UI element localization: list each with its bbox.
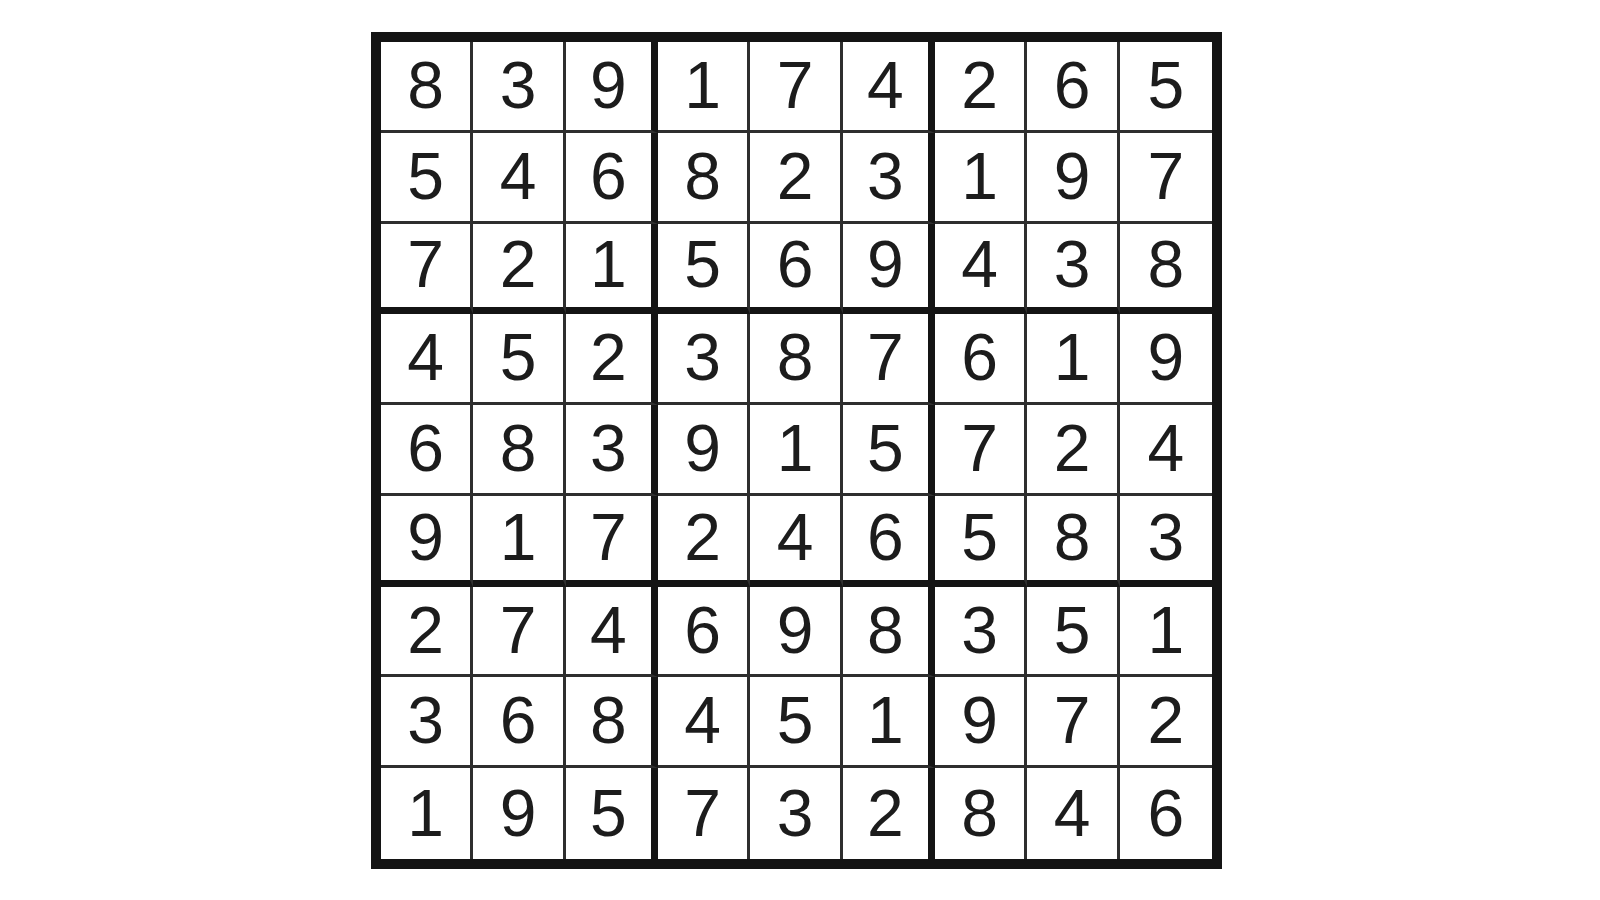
cell-r7c4[interactable]: 6 bbox=[658, 587, 750, 678]
cell-digit: 7 bbox=[407, 231, 444, 297]
cell-digit: 4 bbox=[867, 52, 904, 118]
cell-r3c1[interactable]: 7 bbox=[381, 224, 473, 315]
cell-digit: 6 bbox=[500, 687, 537, 753]
cell-r3c7[interactable]: 4 bbox=[935, 224, 1027, 315]
cell-r5c6[interactable]: 5 bbox=[843, 405, 935, 496]
cell-r2c5[interactable]: 2 bbox=[750, 133, 842, 224]
cell-r2c3[interactable]: 6 bbox=[566, 133, 658, 224]
cell-digit: 1 bbox=[1147, 597, 1184, 663]
cell-digit: 5 bbox=[500, 324, 537, 390]
cell-r6c6[interactable]: 6 bbox=[843, 496, 935, 587]
cell-digit: 9 bbox=[1054, 143, 1091, 209]
cell-r8c5[interactable]: 5 bbox=[750, 677, 842, 768]
cell-digit: 4 bbox=[777, 504, 814, 570]
cell-r5c4[interactable]: 9 bbox=[658, 405, 750, 496]
cell-digit: 1 bbox=[867, 687, 904, 753]
cell-digit: 2 bbox=[407, 597, 444, 663]
cell-digit: 1 bbox=[407, 780, 444, 846]
cell-r1c4[interactable]: 1 bbox=[658, 42, 750, 133]
cell-r6c1[interactable]: 9 bbox=[381, 496, 473, 587]
cell-digit: 4 bbox=[1147, 415, 1184, 481]
cell-digit: 6 bbox=[407, 415, 444, 481]
cell-digit: 8 bbox=[961, 780, 998, 846]
cell-r6c3[interactable]: 7 bbox=[566, 496, 658, 587]
cell-digit: 8 bbox=[1054, 504, 1091, 570]
cell-r2c7[interactable]: 1 bbox=[935, 133, 1027, 224]
cell-digit: 9 bbox=[407, 504, 444, 570]
cell-digit: 7 bbox=[1147, 143, 1184, 209]
cell-digit: 5 bbox=[407, 143, 444, 209]
cell-r4c3[interactable]: 2 bbox=[566, 314, 658, 405]
cell-r9c4[interactable]: 7 bbox=[658, 768, 750, 859]
cell-digit: 9 bbox=[590, 52, 627, 118]
cell-r1c3[interactable]: 9 bbox=[566, 42, 658, 133]
cell-digit: 8 bbox=[1147, 231, 1184, 297]
cell-digit: 4 bbox=[1054, 780, 1091, 846]
cell-r1c6[interactable]: 4 bbox=[843, 42, 935, 133]
cell-digit: 5 bbox=[1054, 597, 1091, 663]
cell-r4c2[interactable]: 5 bbox=[473, 314, 565, 405]
cell-r1c9[interactable]: 5 bbox=[1120, 42, 1212, 133]
cell-r7c3[interactable]: 4 bbox=[566, 587, 658, 678]
cell-r4c5[interactable]: 8 bbox=[750, 314, 842, 405]
cell-r9c9[interactable]: 6 bbox=[1120, 768, 1212, 859]
cell-digit: 5 bbox=[1147, 52, 1184, 118]
cell-digit: 5 bbox=[867, 415, 904, 481]
cell-r2c6[interactable]: 3 bbox=[843, 133, 935, 224]
cell-r3c3[interactable]: 1 bbox=[566, 224, 658, 315]
cell-r5c1[interactable]: 6 bbox=[381, 405, 473, 496]
cell-digit: 6 bbox=[590, 143, 627, 209]
cell-digit: 3 bbox=[867, 143, 904, 209]
cell-digit: 3 bbox=[590, 415, 627, 481]
cell-r8c6[interactable]: 1 bbox=[843, 677, 935, 768]
cell-digit: 2 bbox=[777, 143, 814, 209]
cell-digit: 9 bbox=[961, 687, 998, 753]
cell-r7c7[interactable]: 3 bbox=[935, 587, 1027, 678]
cell-r4c4[interactable]: 3 bbox=[658, 314, 750, 405]
cell-digit: 1 bbox=[590, 231, 627, 297]
cell-digit: 4 bbox=[407, 324, 444, 390]
cell-digit: 6 bbox=[684, 597, 721, 663]
cell-digit: 3 bbox=[684, 324, 721, 390]
cell-r6c8[interactable]: 8 bbox=[1027, 496, 1119, 587]
cell-r6c9[interactable]: 3 bbox=[1120, 496, 1212, 587]
cell-digit: 1 bbox=[684, 52, 721, 118]
cell-digit: 9 bbox=[500, 780, 537, 846]
cell-digit: 8 bbox=[777, 324, 814, 390]
cell-r9c5[interactable]: 3 bbox=[750, 768, 842, 859]
cell-r2c9[interactable]: 7 bbox=[1120, 133, 1212, 224]
cell-digit: 4 bbox=[961, 231, 998, 297]
cell-digit: 2 bbox=[684, 504, 721, 570]
cell-digit: 5 bbox=[590, 780, 627, 846]
cell-r7c6[interactable]: 8 bbox=[843, 587, 935, 678]
cell-r9c1[interactable]: 1 bbox=[381, 768, 473, 859]
cell-digit: 7 bbox=[590, 504, 627, 570]
cell-digit: 3 bbox=[961, 597, 998, 663]
cell-digit: 6 bbox=[1147, 780, 1184, 846]
cell-r1c1[interactable]: 8 bbox=[381, 42, 473, 133]
cell-r4c7[interactable]: 6 bbox=[935, 314, 1027, 405]
cell-r5c5[interactable]: 1 bbox=[750, 405, 842, 496]
cell-digit: 5 bbox=[961, 504, 998, 570]
page-background: 8391742655468231977215694384523876196839… bbox=[0, 0, 1600, 900]
cell-r9c7[interactable]: 8 bbox=[935, 768, 1027, 859]
cell-digit: 5 bbox=[684, 231, 721, 297]
cell-digit: 6 bbox=[777, 231, 814, 297]
cell-digit: 6 bbox=[961, 324, 998, 390]
cell-r8c9[interactable]: 2 bbox=[1120, 677, 1212, 768]
cell-digit: 7 bbox=[777, 52, 814, 118]
cell-r2c2[interactable]: 4 bbox=[473, 133, 565, 224]
cell-digit: 8 bbox=[867, 597, 904, 663]
cell-digit: 1 bbox=[777, 415, 814, 481]
cell-r8c7[interactable]: 9 bbox=[935, 677, 1027, 768]
cell-r9c2[interactable]: 9 bbox=[473, 768, 565, 859]
cell-digit: 8 bbox=[500, 415, 537, 481]
cell-r2c8[interactable]: 9 bbox=[1027, 133, 1119, 224]
cell-digit: 4 bbox=[500, 143, 537, 209]
cell-r3c4[interactable]: 5 bbox=[658, 224, 750, 315]
cell-digit: 5 bbox=[777, 687, 814, 753]
cell-r9c8[interactable]: 4 bbox=[1027, 768, 1119, 859]
cell-r5c7[interactable]: 7 bbox=[935, 405, 1027, 496]
cell-r2c1[interactable]: 5 bbox=[381, 133, 473, 224]
cell-r5c2[interactable]: 8 bbox=[473, 405, 565, 496]
cell-digit: 9 bbox=[867, 231, 904, 297]
cell-r8c1[interactable]: 3 bbox=[381, 677, 473, 768]
cell-r1c7[interactable]: 2 bbox=[935, 42, 1027, 133]
sudoku-board: 8391742655468231977215694384523876196839… bbox=[371, 32, 1222, 869]
cell-digit: 8 bbox=[590, 687, 627, 753]
cell-r3c9[interactable]: 8 bbox=[1120, 224, 1212, 315]
cell-digit: 9 bbox=[684, 415, 721, 481]
cell-r6c7[interactable]: 5 bbox=[935, 496, 1027, 587]
cell-r5c8[interactable]: 2 bbox=[1027, 405, 1119, 496]
cell-r8c8[interactable]: 7 bbox=[1027, 677, 1119, 768]
cell-r7c8[interactable]: 5 bbox=[1027, 587, 1119, 678]
cell-digit: 3 bbox=[407, 687, 444, 753]
cell-r3c5[interactable]: 6 bbox=[750, 224, 842, 315]
cell-r8c4[interactable]: 4 bbox=[658, 677, 750, 768]
cell-r6c2[interactable]: 1 bbox=[473, 496, 565, 587]
cell-r6c5[interactable]: 4 bbox=[750, 496, 842, 587]
cell-digit: 3 bbox=[500, 52, 537, 118]
cell-digit: 7 bbox=[684, 780, 721, 846]
cell-r9c3[interactable]: 5 bbox=[566, 768, 658, 859]
cell-digit: 2 bbox=[1054, 415, 1091, 481]
cell-r1c8[interactable]: 6 bbox=[1027, 42, 1119, 133]
cell-digit: 6 bbox=[867, 504, 904, 570]
cell-digit: 3 bbox=[777, 780, 814, 846]
cell-r4c1[interactable]: 4 bbox=[381, 314, 473, 405]
cell-digit: 1 bbox=[500, 504, 537, 570]
cell-r6c4[interactable]: 2 bbox=[658, 496, 750, 587]
cell-r7c9[interactable]: 1 bbox=[1120, 587, 1212, 678]
cell-digit: 1 bbox=[961, 143, 998, 209]
cell-digit: 8 bbox=[684, 143, 721, 209]
cell-r9c6[interactable]: 2 bbox=[843, 768, 935, 859]
cell-r2c4[interactable]: 8 bbox=[658, 133, 750, 224]
cell-r1c2[interactable]: 3 bbox=[473, 42, 565, 133]
cell-digit: 2 bbox=[1147, 687, 1184, 753]
cell-digit: 9 bbox=[1147, 324, 1184, 390]
cell-r3c8[interactable]: 3 bbox=[1027, 224, 1119, 315]
cell-r1c5[interactable]: 7 bbox=[750, 42, 842, 133]
cell-digit: 7 bbox=[500, 597, 537, 663]
cell-digit: 7 bbox=[867, 324, 904, 390]
cell-r7c1[interactable]: 2 bbox=[381, 587, 473, 678]
cell-r7c5[interactable]: 9 bbox=[750, 587, 842, 678]
cell-r8c3[interactable]: 8 bbox=[566, 677, 658, 768]
cell-r4c6[interactable]: 7 bbox=[843, 314, 935, 405]
cell-r5c9[interactable]: 4 bbox=[1120, 405, 1212, 496]
cell-digit: 7 bbox=[961, 415, 998, 481]
cell-r7c2[interactable]: 7 bbox=[473, 587, 565, 678]
cell-r5c3[interactable]: 3 bbox=[566, 405, 658, 496]
cell-digit: 2 bbox=[961, 52, 998, 118]
cell-digit: 2 bbox=[500, 231, 537, 297]
cell-r8c2[interactable]: 6 bbox=[473, 677, 565, 768]
cell-r3c2[interactable]: 2 bbox=[473, 224, 565, 315]
cell-digit: 3 bbox=[1054, 231, 1091, 297]
cell-digit: 9 bbox=[777, 597, 814, 663]
cell-r4c8[interactable]: 1 bbox=[1027, 314, 1119, 405]
cell-digit: 7 bbox=[1054, 687, 1091, 753]
cell-digit: 2 bbox=[867, 780, 904, 846]
cell-digit: 2 bbox=[590, 324, 627, 390]
cell-digit: 6 bbox=[1054, 52, 1091, 118]
cell-r3c6[interactable]: 9 bbox=[843, 224, 935, 315]
cell-r4c9[interactable]: 9 bbox=[1120, 314, 1212, 405]
cell-digit: 4 bbox=[684, 687, 721, 753]
cell-digit: 4 bbox=[590, 597, 627, 663]
cell-digit: 1 bbox=[1054, 324, 1091, 390]
cell-digit: 8 bbox=[407, 52, 444, 118]
cell-digit: 3 bbox=[1147, 504, 1184, 570]
